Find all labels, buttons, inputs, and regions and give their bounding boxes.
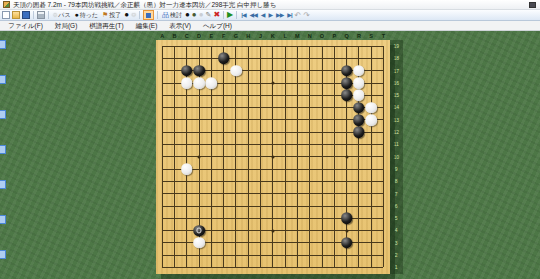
board-cell-A11[interactable] — [156, 138, 168, 150]
board-cell-J19[interactable] — [254, 40, 266, 52]
board-cell-D15[interactable] — [193, 89, 205, 101]
board-cell-G1[interactable] — [230, 261, 242, 273]
board-cell-N4[interactable] — [304, 224, 316, 236]
board-cell-T3[interactable] — [377, 237, 389, 249]
board-cell-R2[interactable] — [353, 249, 365, 261]
board-cell-D5[interactable] — [193, 212, 205, 224]
board-cell-M16[interactable] — [291, 77, 303, 89]
pencil-icon[interactable]: ✎ — [206, 11, 212, 19]
board-cell-Q2[interactable] — [340, 249, 352, 261]
board-cell-S3[interactable] — [365, 237, 377, 249]
board-cell-Q6[interactable] — [340, 200, 352, 212]
board-cell-H11[interactable] — [242, 138, 254, 150]
board-cell-O15[interactable] — [316, 89, 328, 101]
board-cell-O8[interactable] — [316, 175, 328, 187]
board-cell-C6[interactable] — [181, 200, 193, 212]
board-cell-A12[interactable] — [156, 126, 168, 138]
board-cell-J4[interactable] — [254, 224, 266, 236]
board-cell-M8[interactable] — [291, 175, 303, 187]
board-cell-S6[interactable] — [365, 200, 377, 212]
board-cell-J2[interactable] — [254, 249, 266, 261]
board-cell-E3[interactable] — [205, 237, 217, 249]
board-cell-A7[interactable] — [156, 188, 168, 200]
board-cell-N8[interactable] — [304, 175, 316, 187]
board-cell-E15[interactable] — [205, 89, 217, 101]
board-cell-M10[interactable] — [291, 151, 303, 163]
board-cell-A14[interactable] — [156, 101, 168, 113]
board-cell-B4[interactable] — [168, 224, 180, 236]
board-cell-S14[interactable] — [365, 101, 377, 113]
board-cell-M12[interactable] — [291, 126, 303, 138]
board-cell-Q8[interactable] — [340, 175, 352, 187]
board-cell-D9[interactable] — [193, 163, 205, 175]
board-cell-B6[interactable] — [168, 200, 180, 212]
board-cell-D10[interactable] — [193, 151, 205, 163]
board-cell-A4[interactable] — [156, 224, 168, 236]
board-cell-A18[interactable] — [156, 52, 168, 64]
board-cell-D6[interactable] — [193, 200, 205, 212]
board-cell-Q13[interactable] — [340, 114, 352, 126]
board-cell-P5[interactable] — [328, 212, 340, 224]
board-cell-F16[interactable] — [217, 77, 229, 89]
board-cell-H4[interactable] — [242, 224, 254, 236]
board-cell-B10[interactable] — [168, 151, 180, 163]
board-cell-M13[interactable] — [291, 114, 303, 126]
board-cell-K13[interactable] — [267, 114, 279, 126]
board-cell-B2[interactable] — [168, 249, 180, 261]
fast-backward-button[interactable]: ◀◀ — [249, 11, 258, 20]
board-cell-G13[interactable] — [230, 114, 242, 126]
board-cell-N12[interactable] — [304, 126, 316, 138]
board-cell-F13[interactable] — [217, 114, 229, 126]
board-cell-L6[interactable] — [279, 200, 291, 212]
board-cell-P18[interactable] — [328, 52, 340, 64]
board-cell-Q10[interactable] — [340, 151, 352, 163]
board-cell-T19[interactable] — [377, 40, 389, 52]
board-cell-Q3[interactable] — [340, 237, 352, 249]
board-cell-S17[interactable] — [365, 65, 377, 77]
board-cell-C18[interactable] — [181, 52, 193, 64]
board-cell-T11[interactable] — [377, 138, 389, 150]
board-cell-J5[interactable] — [254, 212, 266, 224]
board-cell-O3[interactable] — [316, 237, 328, 249]
board-cell-M15[interactable] — [291, 89, 303, 101]
board-cell-T18[interactable] — [377, 52, 389, 64]
board-cell-C19[interactable] — [181, 40, 193, 52]
board-cell-S1[interactable] — [365, 261, 377, 273]
board-cell-J16[interactable] — [254, 77, 266, 89]
board-cell-D14[interactable] — [193, 101, 205, 113]
board-cell-A3[interactable] — [156, 237, 168, 249]
board-cell-C10[interactable] — [181, 151, 193, 163]
board-cell-D17[interactable] — [193, 65, 205, 77]
board-cell-L11[interactable] — [279, 138, 291, 150]
olive-ball-icon[interactable]: ● — [192, 11, 197, 19]
board-cell-H2[interactable] — [242, 249, 254, 261]
board-cell-E16[interactable] — [205, 77, 217, 89]
board-cell-F8[interactable] — [217, 175, 229, 187]
board-cell-F3[interactable] — [217, 237, 229, 249]
board-cell-D4[interactable] — [193, 224, 205, 236]
board-cell-E12[interactable] — [205, 126, 217, 138]
board-cell-L14[interactable] — [279, 101, 291, 113]
menu-replay[interactable]: 棋譜再生(T) — [83, 21, 129, 31]
board-cell-D1[interactable] — [193, 261, 205, 273]
board-cell-A8[interactable] — [156, 175, 168, 187]
board-cell-B5[interactable] — [168, 212, 180, 224]
board-cell-O13[interactable] — [316, 114, 328, 126]
board-cell-K1[interactable] — [267, 261, 279, 273]
delete-icon[interactable]: ✖ — [213, 11, 220, 19]
board-cell-N15[interactable] — [304, 89, 316, 101]
board-cell-M18[interactable] — [291, 52, 303, 64]
board-cell-B3[interactable] — [168, 237, 180, 249]
board-cell-Q9[interactable] — [340, 163, 352, 175]
board-cell-E8[interactable] — [205, 175, 217, 187]
board-cell-H6[interactable] — [242, 200, 254, 212]
board-cell-P14[interactable] — [328, 101, 340, 113]
board-cell-N16[interactable] — [304, 77, 316, 89]
board-cell-J1[interactable] — [254, 261, 266, 273]
board-cell-B8[interactable] — [168, 175, 180, 187]
board-cell-H12[interactable] — [242, 126, 254, 138]
board-cell-Q18[interactable] — [340, 52, 352, 64]
board-cell-G16[interactable] — [230, 77, 242, 89]
window-button[interactable] — [529, 2, 536, 8]
board-cell-M6[interactable] — [291, 200, 303, 212]
board-cell-T13[interactable] — [377, 114, 389, 126]
board-cell-B17[interactable] — [168, 65, 180, 77]
board-cell-A19[interactable] — [156, 40, 168, 52]
board-cell-G7[interactable] — [230, 188, 242, 200]
menu-edit[interactable]: 編集(E) — [130, 21, 164, 31]
board-cell-P15[interactable] — [328, 89, 340, 101]
board-cell-L8[interactable] — [279, 175, 291, 187]
board-cell-F9[interactable] — [217, 163, 229, 175]
board-cell-L3[interactable] — [279, 237, 291, 249]
board-cell-K17[interactable] — [267, 65, 279, 77]
board-cell-Q19[interactable] — [340, 40, 352, 52]
go-to-start-button[interactable]: |◀ — [240, 11, 246, 20]
board-cell-B12[interactable] — [168, 126, 180, 138]
board-cell-R7[interactable] — [353, 188, 365, 200]
board-cell-K6[interactable] — [267, 200, 279, 212]
board-cell-H15[interactable] — [242, 89, 254, 101]
board-cell-B7[interactable] — [168, 188, 180, 200]
board-cell-P4[interactable] — [328, 224, 340, 236]
board-cell-A1[interactable] — [156, 261, 168, 273]
board-cell-Q14[interactable] — [340, 101, 352, 113]
board-cell-H17[interactable] — [242, 65, 254, 77]
board-cell-P16[interactable] — [328, 77, 340, 89]
board-cell-N10[interactable] — [304, 151, 316, 163]
board-cell-L1[interactable] — [279, 261, 291, 273]
board-cell-P11[interactable] — [328, 138, 340, 150]
board-mode-button-selected[interactable] — [143, 10, 154, 20]
board-cell-A2[interactable] — [156, 249, 168, 261]
board-cell-C16[interactable] — [181, 77, 193, 89]
board-cell-R13[interactable] — [353, 114, 365, 126]
board-cell-L18[interactable] — [279, 52, 291, 64]
board-cell-S18[interactable] — [365, 52, 377, 64]
board-cell-M2[interactable] — [291, 249, 303, 261]
board-cell-G4[interactable] — [230, 224, 242, 236]
board-cell-D13[interactable] — [193, 114, 205, 126]
board-cell-N14[interactable] — [304, 101, 316, 113]
board-cell-M1[interactable] — [291, 261, 303, 273]
board-cell-B18[interactable] — [168, 52, 180, 64]
board-cell-P12[interactable] — [328, 126, 340, 138]
board-cell-C12[interactable] — [181, 126, 193, 138]
board-cell-P19[interactable] — [328, 40, 340, 52]
jump-back-icon[interactable]: ↶ — [295, 11, 302, 20]
title-bar[interactable]: 天頂の囲碁 7.2m - 79本因坊戦挑戦／余正麒（黒）対一力遼本因坊／298手… — [0, 0, 540, 10]
board-cell-L12[interactable] — [279, 126, 291, 138]
board-cell-C8[interactable] — [181, 175, 193, 187]
board-cell-S13[interactable] — [365, 114, 377, 126]
board-cell-A15[interactable] — [156, 89, 168, 101]
board-cell-M17[interactable] — [291, 65, 303, 77]
board-cell-E4[interactable] — [205, 224, 217, 236]
board-cell-S2[interactable] — [365, 249, 377, 261]
board-cell-E1[interactable] — [205, 261, 217, 273]
board-cell-C4[interactable] — [181, 224, 193, 236]
board-cell-A17[interactable] — [156, 65, 168, 77]
board-cell-S19[interactable] — [365, 40, 377, 52]
board-cell-N5[interactable] — [304, 212, 316, 224]
board-cell-D16[interactable] — [193, 77, 205, 89]
board-cell-R11[interactable] — [353, 138, 365, 150]
board-cell-G6[interactable] — [230, 200, 242, 212]
board-cell-H9[interactable] — [242, 163, 254, 175]
board-cell-K10[interactable] — [267, 151, 279, 163]
board-cell-O9[interactable] — [316, 163, 328, 175]
board-cell-L13[interactable] — [279, 114, 291, 126]
board-cell-N19[interactable] — [304, 40, 316, 52]
menu-view[interactable]: 表示(V) — [163, 21, 197, 31]
board-cell-J14[interactable] — [254, 101, 266, 113]
board-cell-D12[interactable] — [193, 126, 205, 138]
board-cell-K19[interactable] — [267, 40, 279, 52]
board-cell-P3[interactable] — [328, 237, 340, 249]
board-cell-T6[interactable] — [377, 200, 389, 212]
board-cell-G12[interactable] — [230, 126, 242, 138]
board-cell-O4[interactable] — [316, 224, 328, 236]
board-cell-E7[interactable] — [205, 188, 217, 200]
board-cell-T9[interactable] — [377, 163, 389, 175]
board-cell-O19[interactable] — [316, 40, 328, 52]
board-cell-L17[interactable] — [279, 65, 291, 77]
board-cell-S16[interactable] — [365, 77, 377, 89]
board-cell-J11[interactable] — [254, 138, 266, 150]
board-cell-F14[interactable] — [217, 101, 229, 113]
board-cell-J17[interactable] — [254, 65, 266, 77]
fast-forward-button[interactable]: ▶▶ — [275, 11, 284, 20]
board-cell-F19[interactable] — [217, 40, 229, 52]
board-cell-K15[interactable] — [267, 89, 279, 101]
board-cell-G17[interactable] — [230, 65, 242, 77]
board-cell-F11[interactable] — [217, 138, 229, 150]
board-cell-M9[interactable] — [291, 163, 303, 175]
board-cell-T15[interactable] — [377, 89, 389, 101]
board-cell-O18[interactable] — [316, 52, 328, 64]
board-cell-F10[interactable] — [217, 151, 229, 163]
board-cell-J18[interactable] — [254, 52, 266, 64]
board-cell-M7[interactable] — [291, 188, 303, 200]
board-cell-C14[interactable] — [181, 101, 193, 113]
board-cell-R10[interactable] — [353, 151, 365, 163]
board-cell-O11[interactable] — [316, 138, 328, 150]
board-cell-L4[interactable] — [279, 224, 291, 236]
light-ball-icon[interactable]: ● — [199, 11, 204, 19]
board-cell-O7[interactable] — [316, 188, 328, 200]
board-cell-K18[interactable] — [267, 52, 279, 64]
board-cell-N3[interactable] — [304, 237, 316, 249]
board-cell-J3[interactable] — [254, 237, 266, 249]
board-cell-Q16[interactable] — [340, 77, 352, 89]
board-cell-S10[interactable] — [365, 151, 377, 163]
board-cell-C1[interactable] — [181, 261, 193, 273]
board-cell-E6[interactable] — [205, 200, 217, 212]
board-cell-L9[interactable] — [279, 163, 291, 175]
board-cell-M19[interactable] — [291, 40, 303, 52]
board-cell-H19[interactable] — [242, 40, 254, 52]
board-cell-R9[interactable] — [353, 163, 365, 175]
board-cell-A6[interactable] — [156, 200, 168, 212]
board-cell-G9[interactable] — [230, 163, 242, 175]
board-cell-K2[interactable] — [267, 249, 279, 261]
board-cell-C2[interactable] — [181, 249, 193, 261]
board-cell-R3[interactable] — [353, 237, 365, 249]
board-cell-K11[interactable] — [267, 138, 279, 150]
board-cell-L15[interactable] — [279, 89, 291, 101]
board-cell-D3[interactable] — [193, 237, 205, 249]
board-cell-G11[interactable] — [230, 138, 242, 150]
board-cell-K4[interactable] — [267, 224, 279, 236]
board-cell-T4[interactable] — [377, 224, 389, 236]
resign-button[interactable]: ⚑ 投了 — [101, 11, 122, 20]
board-cell-O17[interactable] — [316, 65, 328, 77]
board-cell-J10[interactable] — [254, 151, 266, 163]
board-cell-A5[interactable] — [156, 212, 168, 224]
board-cell-O14[interactable] — [316, 101, 328, 113]
board-cell-C15[interactable] — [181, 89, 193, 101]
board-cell-F4[interactable] — [217, 224, 229, 236]
board-cell-A16[interactable] — [156, 77, 168, 89]
board-cell-E10[interactable] — [205, 151, 217, 163]
board-cell-K12[interactable] — [267, 126, 279, 138]
undo-move-button[interactable]: ● 待った — [74, 11, 100, 20]
board-cell-C13[interactable] — [181, 114, 193, 126]
board-cell-N7[interactable] — [304, 188, 316, 200]
board-cell-D19[interactable] — [193, 40, 205, 52]
board-cell-J6[interactable] — [254, 200, 266, 212]
board-cell-O10[interactable] — [316, 151, 328, 163]
board-cell-G8[interactable] — [230, 175, 242, 187]
board-cell-Q17[interactable] — [340, 65, 352, 77]
board-cell-Q15[interactable] — [340, 89, 352, 101]
board-cell-J15[interactable] — [254, 89, 266, 101]
board-cell-R4[interactable] — [353, 224, 365, 236]
board-cell-P10[interactable] — [328, 151, 340, 163]
menu-game[interactable]: 対局(G) — [49, 21, 83, 31]
board-cell-G15[interactable] — [230, 89, 242, 101]
black-ball-icon[interactable]: ● — [185, 11, 190, 19]
board-cell-T17[interactable] — [377, 65, 389, 77]
board-cell-Q7[interactable] — [340, 188, 352, 200]
board-cell-G5[interactable] — [230, 212, 242, 224]
white-stone-toggle-icon[interactable]: ○ — [131, 11, 136, 19]
board-cell-O1[interactable] — [316, 261, 328, 273]
board-cell-G10[interactable] — [230, 151, 242, 163]
board-cell-S7[interactable] — [365, 188, 377, 200]
board-cell-T12[interactable] — [377, 126, 389, 138]
board-cell-M14[interactable] — [291, 101, 303, 113]
board-cell-S5[interactable] — [365, 212, 377, 224]
board-cell-H3[interactable] — [242, 237, 254, 249]
open-file-icon[interactable] — [12, 11, 20, 19]
board-cell-K5[interactable] — [267, 212, 279, 224]
board-cell-S4[interactable] — [365, 224, 377, 236]
board-cell-K9[interactable] — [267, 163, 279, 175]
board-cell-J12[interactable] — [254, 126, 266, 138]
board-cell-R8[interactable] — [353, 175, 365, 187]
board-cell-D2[interactable] — [193, 249, 205, 261]
board-cell-J9[interactable] — [254, 163, 266, 175]
board-cell-R15[interactable] — [353, 89, 365, 101]
board-cell-E2[interactable] — [205, 249, 217, 261]
board-cell-P17[interactable] — [328, 65, 340, 77]
board-cell-F6[interactable] — [217, 200, 229, 212]
board-cell-S8[interactable] — [365, 175, 377, 187]
board-cell-P1[interactable] — [328, 261, 340, 273]
board-cell-P6[interactable] — [328, 200, 340, 212]
save-icon[interactable] — [22, 11, 30, 19]
board-cell-N6[interactable] — [304, 200, 316, 212]
board-cell-M11[interactable] — [291, 138, 303, 150]
board-cell-C7[interactable] — [181, 188, 193, 200]
board-cell-T8[interactable] — [377, 175, 389, 187]
board-cell-B14[interactable] — [168, 101, 180, 113]
jump-forward-icon[interactable]: ↷ — [303, 11, 310, 20]
board-cell-F17[interactable] — [217, 65, 229, 77]
new-file-icon[interactable] — [2, 11, 10, 19]
board-cell-R18[interactable] — [353, 52, 365, 64]
board-cell-C17[interactable] — [181, 65, 193, 77]
board-cell-R17[interactable] — [353, 65, 365, 77]
board-cell-F1[interactable] — [217, 261, 229, 273]
board-cell-H1[interactable] — [242, 261, 254, 273]
board-cell-F2[interactable] — [217, 249, 229, 261]
step-forward-button[interactable]: ▶ — [267, 11, 273, 20]
board-cell-N17[interactable] — [304, 65, 316, 77]
menu-help[interactable]: ヘルプ(H) — [197, 21, 238, 31]
board-cell-Q5[interactable] — [340, 212, 352, 224]
board-cell-Q12[interactable] — [340, 126, 352, 138]
board-cell-H16[interactable] — [242, 77, 254, 89]
board-cell-E13[interactable] — [205, 114, 217, 126]
step-backward-button[interactable]: ◀ — [260, 11, 266, 20]
board-cell-M4[interactable] — [291, 224, 303, 236]
board-cell-P2[interactable] — [328, 249, 340, 261]
board-cell-H7[interactable] — [242, 188, 254, 200]
board-cell-P13[interactable] — [328, 114, 340, 126]
board-cell-N2[interactable] — [304, 249, 316, 261]
board-cell-O12[interactable] — [316, 126, 328, 138]
board-cell-Q11[interactable] — [340, 138, 352, 150]
board-cell-R12[interactable] — [353, 126, 365, 138]
board-cell-L16[interactable] — [279, 77, 291, 89]
